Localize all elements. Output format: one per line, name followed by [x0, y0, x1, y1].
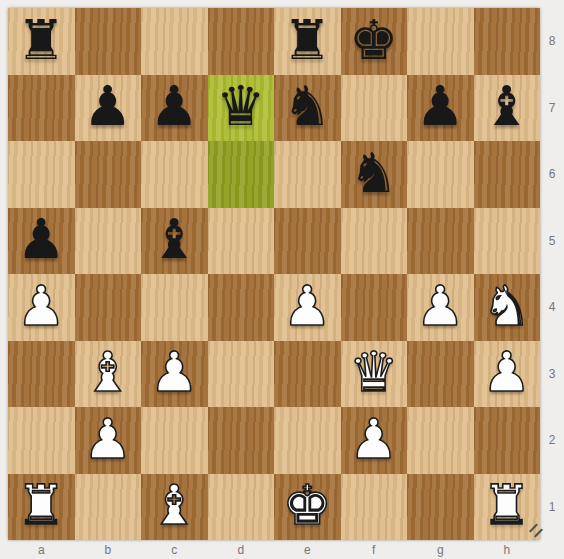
square-a8[interactable]: ♜: [8, 8, 75, 75]
square-h3[interactable]: ♟: [474, 341, 541, 408]
square-a5[interactable]: ♟: [8, 208, 75, 275]
square-g8[interactable]: [407, 8, 474, 75]
square-c2[interactable]: [141, 407, 208, 474]
piece-black-king-f8[interactable]: ♚: [349, 13, 398, 68]
square-h5[interactable]: [474, 208, 541, 275]
piece-black-rook-a8[interactable]: ♜: [17, 13, 66, 68]
piece-white-king-e1[interactable]: ♚: [283, 478, 332, 533]
piece-black-rook-e8[interactable]: ♜: [283, 13, 332, 68]
square-f8[interactable]: ♚: [341, 8, 408, 75]
piece-white-pawn-g4[interactable]: ♟: [416, 279, 465, 334]
square-b4[interactable]: [75, 274, 142, 341]
square-c1[interactable]: ♝: [141, 474, 208, 541]
square-b2[interactable]: ♟: [75, 407, 142, 474]
square-e1[interactable]: ♚: [274, 474, 341, 541]
square-d8[interactable]: [208, 8, 275, 75]
square-a7[interactable]: [8, 75, 75, 142]
piece-black-queen-d7[interactable]: ♛: [216, 79, 265, 134]
rank-label-6: 6: [540, 141, 564, 208]
piece-white-pawn-c3[interactable]: ♟: [150, 345, 199, 400]
square-e7[interactable]: ♞: [274, 75, 341, 142]
square-b7[interactable]: ♟: [75, 75, 142, 142]
board-container: ♜♜♚♟♟♛♞♟♝♞♟♝♟♟♟♞♝♟♛♟♟♟♜♝♚♜ 87654321 abcd…: [0, 0, 564, 559]
piece-white-bishop-b3[interactable]: ♝: [83, 345, 132, 400]
square-e2[interactable]: [274, 407, 341, 474]
square-f5[interactable]: [341, 208, 408, 275]
square-g2[interactable]: [407, 407, 474, 474]
square-h7[interactable]: ♝: [474, 75, 541, 142]
rank-label-2: 2: [540, 407, 564, 474]
piece-white-pawn-a4[interactable]: ♟: [17, 279, 66, 334]
file-label-g: g: [407, 540, 474, 559]
piece-white-bishop-c1[interactable]: ♝: [150, 478, 199, 533]
file-label-a: a: [8, 540, 75, 559]
square-h6[interactable]: [474, 141, 541, 208]
resize-slash-icon: [534, 528, 543, 537]
square-g7[interactable]: ♟: [407, 75, 474, 142]
square-d3[interactable]: [208, 341, 275, 408]
square-c3[interactable]: ♟: [141, 341, 208, 408]
piece-black-bishop-c5[interactable]: ♝: [150, 212, 199, 267]
file-label-h: h: [474, 540, 541, 559]
square-d7[interactable]: ♛: [208, 75, 275, 142]
square-d1[interactable]: [208, 474, 275, 541]
piece-black-knight-f6[interactable]: ♞: [349, 146, 398, 201]
square-a3[interactable]: [8, 341, 75, 408]
piece-black-pawn-a5[interactable]: ♟: [17, 212, 66, 267]
square-a4[interactable]: ♟: [8, 274, 75, 341]
piece-black-bishop-h7[interactable]: ♝: [482, 79, 531, 134]
square-e4[interactable]: ♟: [274, 274, 341, 341]
square-b3[interactable]: ♝: [75, 341, 142, 408]
file-labels: abcdefgh: [8, 540, 540, 559]
square-f4[interactable]: [341, 274, 408, 341]
piece-black-pawn-c7[interactable]: ♟: [150, 79, 199, 134]
square-e3[interactable]: [274, 341, 341, 408]
piece-white-queen-f3[interactable]: ♛: [349, 345, 398, 400]
square-c4[interactable]: [141, 274, 208, 341]
resize-slash-icon: [529, 523, 538, 532]
square-c5[interactable]: ♝: [141, 208, 208, 275]
rank-label-3: 3: [540, 341, 564, 408]
piece-white-knight-h4[interactable]: ♞: [482, 279, 531, 334]
file-label-f: f: [341, 540, 408, 559]
file-label-b: b: [75, 540, 142, 559]
piece-white-pawn-b2[interactable]: ♟: [83, 412, 132, 467]
square-d6[interactable]: [208, 141, 275, 208]
square-g5[interactable]: [407, 208, 474, 275]
square-b5[interactable]: [75, 208, 142, 275]
square-a2[interactable]: [8, 407, 75, 474]
square-g4[interactable]: ♟: [407, 274, 474, 341]
square-c6[interactable]: [141, 141, 208, 208]
square-e6[interactable]: [274, 141, 341, 208]
square-f2[interactable]: ♟: [341, 407, 408, 474]
square-b6[interactable]: [75, 141, 142, 208]
square-d2[interactable]: [208, 407, 275, 474]
square-f3[interactable]: ♛: [341, 341, 408, 408]
board-resize-handle[interactable]: [525, 517, 547, 539]
square-c7[interactable]: ♟: [141, 75, 208, 142]
square-h2[interactable]: [474, 407, 541, 474]
square-e8[interactable]: ♜: [274, 8, 341, 75]
file-label-e: e: [274, 540, 341, 559]
square-b8[interactable]: [75, 8, 142, 75]
chess-board: ♜♜♚♟♟♛♞♟♝♞♟♝♟♟♟♞♝♟♛♟♟♟♜♝♚♜: [8, 8, 540, 540]
square-e5[interactable]: [274, 208, 341, 275]
piece-white-pawn-h3[interactable]: ♟: [482, 345, 531, 400]
square-g6[interactable]: [407, 141, 474, 208]
rank-label-7: 7: [540, 75, 564, 142]
square-c8[interactable]: [141, 8, 208, 75]
piece-white-pawn-e4[interactable]: ♟: [283, 279, 332, 334]
square-f6[interactable]: ♞: [341, 141, 408, 208]
square-f1[interactable]: [341, 474, 408, 541]
square-g1[interactable]: [407, 474, 474, 541]
piece-white-pawn-f2[interactable]: ♟: [349, 412, 398, 467]
piece-white-rook-a1[interactable]: ♜: [17, 478, 66, 533]
piece-black-pawn-b7[interactable]: ♟: [83, 79, 132, 134]
rank-label-5: 5: [540, 208, 564, 275]
square-d4[interactable]: [208, 274, 275, 341]
square-g3[interactable]: [407, 341, 474, 408]
square-a6[interactable]: [8, 141, 75, 208]
square-f7[interactable]: [341, 75, 408, 142]
square-d5[interactable]: [208, 208, 275, 275]
file-label-c: c: [141, 540, 208, 559]
rank-labels: 87654321: [540, 8, 564, 540]
rank-label-8: 8: [540, 8, 564, 75]
piece-black-knight-e7[interactable]: ♞: [283, 79, 332, 134]
square-h4[interactable]: ♞: [474, 274, 541, 341]
square-a1[interactable]: ♜: [8, 474, 75, 541]
piece-black-pawn-g7[interactable]: ♟: [416, 79, 465, 134]
file-label-d: d: [208, 540, 275, 559]
rank-label-4: 4: [540, 274, 564, 341]
piece-white-rook-h1[interactable]: ♜: [482, 478, 531, 533]
square-h8[interactable]: [474, 8, 541, 75]
square-b1[interactable]: [75, 474, 142, 541]
